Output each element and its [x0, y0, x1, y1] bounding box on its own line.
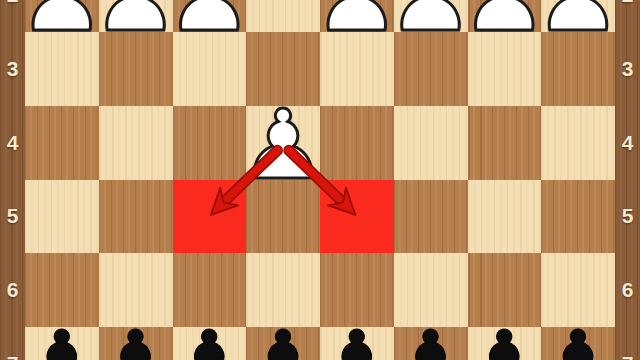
chessboard: 12345678 ♟♟♟♟♟♟♟♟♟♟♟♟♟♟♟♟ 12345678	[0, 0, 640, 360]
square-b4[interactable]	[468, 106, 542, 180]
square-g2[interactable]: ♟	[99, 0, 173, 32]
square-e5[interactable]	[246, 180, 320, 254]
square-d3[interactable]	[320, 32, 394, 106]
square-a7[interactable]: ♟	[541, 327, 615, 360]
square-b3[interactable]	[468, 32, 542, 106]
square-c3[interactable]	[394, 32, 468, 106]
highlighted-square-d5[interactable]	[320, 180, 394, 254]
square-b5[interactable]	[468, 180, 542, 254]
square-f3[interactable]	[173, 32, 247, 106]
chessboard-viewport: 12345678 ♟♟♟♟♟♟♟♟♟♟♟♟♟♟♟♟ 12345678	[0, 0, 640, 360]
square-c7[interactable]: ♟	[394, 327, 468, 360]
square-h2[interactable]: ♟	[25, 0, 99, 32]
square-h5[interactable]	[25, 180, 99, 254]
white-pawn-f2[interactable]: ♟	[166, 0, 252, 35]
square-h7[interactable]: ♟	[25, 327, 99, 360]
square-g4[interactable]	[99, 106, 173, 180]
square-c2[interactable]: ♟	[394, 0, 468, 32]
square-b2[interactable]: ♟	[468, 0, 542, 32]
rank-label-4: 4	[0, 106, 25, 180]
square-a4[interactable]	[541, 106, 615, 180]
square-c4[interactable]	[394, 106, 468, 180]
square-d7[interactable]: ♟	[320, 327, 394, 360]
square-a3[interactable]	[541, 32, 615, 106]
highlighted-square-f5[interactable]	[173, 180, 247, 254]
square-h4[interactable]	[25, 106, 99, 180]
white-pawn-e4[interactable]: ♟	[240, 109, 326, 183]
square-g5[interactable]	[99, 180, 173, 254]
board-grid: ♟♟♟♟♟♟♟♟♟♟♟♟♟♟♟♟	[25, 0, 615, 360]
white-pawn-a2[interactable]: ♟	[535, 0, 621, 35]
square-e7[interactable]: ♟	[246, 327, 320, 360]
square-e4[interactable]: ♟	[246, 106, 320, 180]
square-d4[interactable]	[320, 106, 394, 180]
black-pawn-a7[interactable]: ♟	[535, 330, 621, 360]
square-f4[interactable]	[173, 106, 247, 180]
square-f2[interactable]: ♟	[173, 0, 247, 32]
rank-label-5: 5	[0, 180, 25, 254]
rank-labels-left: 12345678	[0, 0, 25, 360]
square-c5[interactable]	[394, 180, 468, 254]
square-g3[interactable]	[99, 32, 173, 106]
square-e2[interactable]	[246, 0, 320, 32]
square-h3[interactable]	[25, 32, 99, 106]
square-g7[interactable]: ♟	[99, 327, 173, 360]
rank-label-4: 4	[615, 106, 640, 180]
square-a5[interactable]	[541, 180, 615, 254]
square-f7[interactable]: ♟	[173, 327, 247, 360]
rank-labels-right: 12345678	[615, 0, 640, 360]
square-b7[interactable]: ♟	[468, 327, 542, 360]
rank-label-5: 5	[615, 180, 640, 254]
square-d2[interactable]: ♟	[320, 0, 394, 32]
square-a2[interactable]: ♟	[541, 0, 615, 32]
